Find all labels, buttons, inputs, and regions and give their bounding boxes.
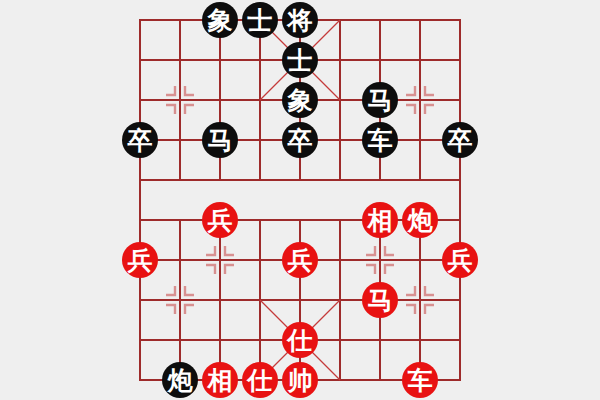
piece-black-pawn[interactable]: 卒: [282, 122, 318, 158]
piece-black-elephant[interactable]: 象: [202, 2, 238, 38]
piece-red-advisor[interactable]: 仕: [242, 362, 278, 398]
piece-black-elephant[interactable]: 象: [282, 82, 318, 118]
piece-red-pawn[interactable]: 兵: [442, 242, 478, 278]
piece-red-elephant[interactable]: 相: [202, 362, 238, 398]
piece-red-pawn[interactable]: 兵: [282, 242, 318, 278]
piece-red-cannon[interactable]: 炮: [402, 202, 438, 238]
piece-black-chariot[interactable]: 车: [362, 122, 398, 158]
piece-red-pawn[interactable]: 兵: [202, 202, 238, 238]
piece-red-horse[interactable]: 马: [362, 282, 398, 318]
pieces-grid: 象士将士象马卒马卒车卒兵相炮兵兵兵马仕炮相仕帅车: [120, 0, 480, 400]
piece-black-horse[interactable]: 马: [362, 82, 398, 118]
piece-red-advisor[interactable]: 仕: [282, 322, 318, 358]
piece-red-chariot[interactable]: 车: [402, 362, 438, 398]
piece-black-advisor[interactable]: 士: [282, 42, 318, 78]
piece-black-advisor[interactable]: 士: [242, 2, 278, 38]
xiangqi-app-canvas: 象士将士象马卒马卒车卒兵相炮兵兵兵马仕炮相仕帅车: [0, 0, 600, 400]
piece-black-cannon[interactable]: 炮: [162, 362, 198, 398]
piece-black-horse[interactable]: 马: [202, 122, 238, 158]
piece-black-general[interactable]: 将: [282, 2, 318, 38]
piece-red-elephant[interactable]: 相: [362, 202, 398, 238]
xiangqi-board: 象士将士象马卒马卒车卒兵相炮兵兵兵马仕炮相仕帅车: [120, 0, 480, 400]
piece-black-pawn[interactable]: 卒: [122, 122, 158, 158]
piece-red-pawn[interactable]: 兵: [122, 242, 158, 278]
piece-red-general[interactable]: 帅: [282, 362, 318, 398]
piece-black-pawn[interactable]: 卒: [442, 122, 478, 158]
